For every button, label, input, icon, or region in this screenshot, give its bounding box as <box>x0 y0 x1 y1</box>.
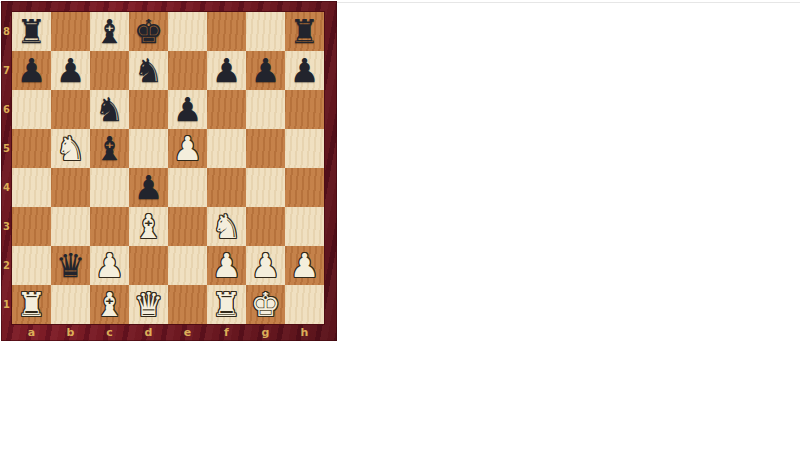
black-bishop-c5[interactable]: ♝ <box>95 129 125 168</box>
white-bishop-d3[interactable]: ♝ <box>134 207 164 246</box>
square-a6[interactable] <box>12 90 51 129</box>
square-e2[interactable] <box>168 246 207 285</box>
file-label-h: h <box>285 324 324 340</box>
rank-label-7: 7 <box>1 51 12 90</box>
white-pawn-g2[interactable]: ♟ <box>251 246 281 285</box>
square-a3[interactable] <box>12 207 51 246</box>
square-b4[interactable] <box>51 168 90 207</box>
rank-label-3: 3 <box>1 207 12 246</box>
rank-label-5: 5 <box>1 129 12 168</box>
white-pawn-f2[interactable]: ♟ <box>212 246 242 285</box>
square-g4[interactable] <box>246 168 285 207</box>
white-pawn-e5[interactable]: ♟ <box>173 129 203 168</box>
rank-label-1: 1 <box>1 285 12 324</box>
square-h1[interactable] <box>285 285 324 324</box>
square-g1[interactable]: ♚ <box>246 285 285 324</box>
black-pawn-f7[interactable]: ♟ <box>212 51 242 90</box>
square-e5[interactable]: ♟ <box>168 129 207 168</box>
square-h5[interactable] <box>285 129 324 168</box>
white-knight-f3[interactable]: ♞ <box>212 207 242 246</box>
square-b6[interactable] <box>51 90 90 129</box>
square-g8[interactable] <box>246 12 285 51</box>
square-d3[interactable]: ♝ <box>129 207 168 246</box>
white-bishop-c1[interactable]: ♝ <box>95 285 125 324</box>
square-d6[interactable] <box>129 90 168 129</box>
square-g2[interactable]: ♟ <box>246 246 285 285</box>
square-e1[interactable] <box>168 285 207 324</box>
square-f7[interactable]: ♟ <box>207 51 246 90</box>
square-f5[interactable] <box>207 129 246 168</box>
square-b5[interactable]: ♞ <box>51 129 90 168</box>
black-pawn-d4[interactable]: ♟ <box>134 168 164 207</box>
square-d4[interactable]: ♟ <box>129 168 168 207</box>
square-b2[interactable]: ♛ <box>51 246 90 285</box>
square-e8[interactable] <box>168 12 207 51</box>
black-pawn-e6[interactable]: ♟ <box>173 90 203 129</box>
black-bishop-c8[interactable]: ♝ <box>95 12 125 51</box>
file-label-b: b <box>51 324 90 340</box>
file-label-c: c <box>90 324 129 340</box>
black-pawn-a7[interactable]: ♟ <box>17 51 47 90</box>
white-queen-d1[interactable]: ♛ <box>134 285 164 324</box>
square-a7[interactable]: ♟ <box>12 51 51 90</box>
square-g3[interactable] <box>246 207 285 246</box>
chess-board-frame: 87654321 ♜♝♚♜♟♟♞♟♟♟♞♟♞♝♟♟♝♞♛♟♟♟♟♜♝♛♜♚ ab… <box>1 1 337 341</box>
square-e6[interactable]: ♟ <box>168 90 207 129</box>
square-c3[interactable] <box>90 207 129 246</box>
square-f8[interactable] <box>207 12 246 51</box>
square-e7[interactable] <box>168 51 207 90</box>
square-a8[interactable]: ♜ <box>12 12 51 51</box>
black-rook-a8[interactable]: ♜ <box>17 12 47 51</box>
black-pawn-h7[interactable]: ♟ <box>290 51 320 90</box>
square-g5[interactable] <box>246 129 285 168</box>
black-knight-d7[interactable]: ♞ <box>134 51 164 90</box>
square-a4[interactable] <box>12 168 51 207</box>
file-label-g: g <box>246 324 285 340</box>
square-c1[interactable]: ♝ <box>90 285 129 324</box>
file-label-f: f <box>207 324 246 340</box>
file-label-d: d <box>129 324 168 340</box>
square-b1[interactable] <box>51 285 90 324</box>
square-h3[interactable] <box>285 207 324 246</box>
black-pawn-b7[interactable]: ♟ <box>56 51 86 90</box>
square-a5[interactable] <box>12 129 51 168</box>
square-a2[interactable] <box>12 246 51 285</box>
file-labels: abcdefgh <box>12 324 324 340</box>
square-b3[interactable] <box>51 207 90 246</box>
file-label-e: e <box>168 324 207 340</box>
square-f3[interactable]: ♞ <box>207 207 246 246</box>
white-rook-f1[interactable]: ♜ <box>212 285 242 324</box>
square-d7[interactable]: ♞ <box>129 51 168 90</box>
square-f2[interactable]: ♟ <box>207 246 246 285</box>
square-h7[interactable]: ♟ <box>285 51 324 90</box>
white-pawn-c2[interactable]: ♟ <box>95 246 125 285</box>
square-f6[interactable] <box>207 90 246 129</box>
square-c2[interactable]: ♟ <box>90 246 129 285</box>
square-c7[interactable] <box>90 51 129 90</box>
white-rook-a1[interactable]: ♜ <box>17 285 47 324</box>
square-d2[interactable] <box>129 246 168 285</box>
square-h4[interactable] <box>285 168 324 207</box>
square-a1[interactable]: ♜ <box>12 285 51 324</box>
square-b8[interactable] <box>51 12 90 51</box>
rank-label-8: 8 <box>1 12 12 51</box>
square-b7[interactable]: ♟ <box>51 51 90 90</box>
black-king-d8[interactable]: ♚ <box>134 12 164 51</box>
page-background: { "game": "chess", "position": { "fen": … <box>0 0 800 450</box>
rank-label-6: 6 <box>1 90 12 129</box>
square-g6[interactable] <box>246 90 285 129</box>
square-d8[interactable]: ♚ <box>129 12 168 51</box>
square-d5[interactable] <box>129 129 168 168</box>
square-c4[interactable] <box>90 168 129 207</box>
square-e4[interactable] <box>168 168 207 207</box>
square-h8[interactable]: ♜ <box>285 12 324 51</box>
square-h2[interactable]: ♟ <box>285 246 324 285</box>
square-e3[interactable] <box>168 207 207 246</box>
square-f1[interactable]: ♜ <box>207 285 246 324</box>
black-knight-c6[interactable]: ♞ <box>95 90 125 129</box>
black-rook-h8[interactable]: ♜ <box>290 12 320 51</box>
square-c5[interactable]: ♝ <box>90 129 129 168</box>
rank-label-4: 4 <box>1 168 12 207</box>
rank-labels: 87654321 <box>1 12 12 324</box>
board-grid[interactable]: ♜♝♚♜♟♟♞♟♟♟♞♟♞♝♟♟♝♞♛♟♟♟♟♜♝♛♜♚ <box>12 12 324 324</box>
white-knight-b5[interactable]: ♞ <box>56 129 86 168</box>
black-queen-b2[interactable]: ♛ <box>56 246 86 285</box>
white-king-g1[interactable]: ♚ <box>251 285 281 324</box>
square-c8[interactable]: ♝ <box>90 12 129 51</box>
square-d1[interactable]: ♛ <box>129 285 168 324</box>
rank-label-2: 2 <box>1 246 12 285</box>
file-label-a: a <box>12 324 51 340</box>
square-c6[interactable]: ♞ <box>90 90 129 129</box>
black-pawn-g7[interactable]: ♟ <box>251 51 281 90</box>
square-g7[interactable]: ♟ <box>246 51 285 90</box>
square-h6[interactable] <box>285 90 324 129</box>
white-pawn-h2[interactable]: ♟ <box>290 246 320 285</box>
square-f4[interactable] <box>207 168 246 207</box>
